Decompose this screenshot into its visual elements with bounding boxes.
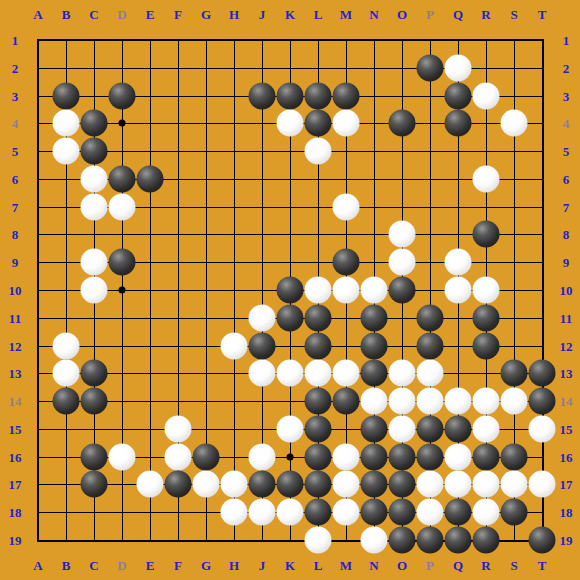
black-stone <box>249 82 276 109</box>
white-stone <box>305 138 332 165</box>
black-stone <box>305 499 332 526</box>
coord-label: 7 <box>12 200 19 213</box>
white-stone <box>473 499 500 526</box>
white-stone <box>473 388 500 415</box>
coord-label: A <box>33 8 42 21</box>
white-stone <box>137 471 164 498</box>
black-stone <box>333 82 360 109</box>
coord-label: Q <box>453 559 463 572</box>
coord-label: R <box>481 559 490 572</box>
black-stone <box>81 360 108 387</box>
coord-label: 2 <box>12 61 19 74</box>
coord-label: D <box>117 559 126 572</box>
coord-label: L <box>314 559 323 572</box>
white-stone <box>445 54 472 81</box>
coord-label: 4 <box>12 117 19 130</box>
white-stone <box>361 388 388 415</box>
white-stone <box>277 360 304 387</box>
white-stone <box>389 221 416 248</box>
black-stone <box>137 165 164 192</box>
coord-label: 16 <box>9 450 22 463</box>
black-stone <box>501 443 528 470</box>
coord-label: J <box>259 559 266 572</box>
coord-label: 8 <box>12 228 19 241</box>
coord-label: G <box>201 559 211 572</box>
coord-label: H <box>229 8 239 21</box>
white-stone <box>501 388 528 415</box>
white-stone <box>333 277 360 304</box>
coord-label: 18 <box>560 506 573 519</box>
black-stone <box>361 332 388 359</box>
white-stone <box>81 249 108 276</box>
white-stone <box>53 138 80 165</box>
coord-label: 11 <box>9 311 21 324</box>
black-stone <box>501 499 528 526</box>
coord-label: 15 <box>9 422 22 435</box>
white-stone <box>333 193 360 220</box>
coord-label: F <box>174 8 182 21</box>
black-stone <box>305 388 332 415</box>
white-stone <box>249 360 276 387</box>
white-stone <box>501 110 528 137</box>
black-stone <box>333 388 360 415</box>
coord-label: 10 <box>560 284 573 297</box>
black-stone <box>249 332 276 359</box>
star-point <box>119 120 126 127</box>
white-stone <box>333 471 360 498</box>
coord-label: N <box>369 559 378 572</box>
black-stone <box>389 277 416 304</box>
white-stone <box>277 110 304 137</box>
white-stone <box>361 527 388 554</box>
coord-label: 12 <box>560 339 573 352</box>
white-stone <box>333 443 360 470</box>
black-stone <box>445 82 472 109</box>
white-stone <box>529 471 556 498</box>
coord-label: C <box>89 559 98 572</box>
black-stone <box>277 82 304 109</box>
coord-label: C <box>89 8 98 21</box>
coord-label: 19 <box>560 534 573 547</box>
black-stone <box>473 221 500 248</box>
white-stone <box>333 360 360 387</box>
black-stone <box>53 82 80 109</box>
coord-label: M <box>340 8 352 21</box>
white-stone <box>81 165 108 192</box>
white-stone <box>417 471 444 498</box>
go-board[interactable]: AABBCCDDEEFFGGHHJJKKLLMMNNOOPPQQRRSSTT11… <box>0 0 580 580</box>
star-point <box>287 453 294 460</box>
white-stone <box>221 332 248 359</box>
black-stone <box>305 471 332 498</box>
black-stone <box>417 332 444 359</box>
coord-label: 9 <box>12 256 19 269</box>
coord-label: S <box>510 559 517 572</box>
white-stone <box>165 415 192 442</box>
black-stone <box>445 110 472 137</box>
white-stone <box>529 415 556 442</box>
coord-label: 2 <box>563 61 570 74</box>
black-stone <box>417 54 444 81</box>
white-stone <box>109 193 136 220</box>
coord-label: T <box>538 559 547 572</box>
black-stone <box>417 443 444 470</box>
white-stone <box>445 471 472 498</box>
black-stone <box>529 527 556 554</box>
white-stone <box>193 471 220 498</box>
white-stone <box>445 388 472 415</box>
black-stone <box>361 415 388 442</box>
white-stone <box>333 499 360 526</box>
black-stone <box>81 110 108 137</box>
coord-label: 9 <box>563 256 570 269</box>
coord-label: 10 <box>9 284 22 297</box>
black-stone <box>305 82 332 109</box>
coord-label: 1 <box>12 34 19 47</box>
black-stone <box>473 304 500 331</box>
coord-label: 3 <box>12 89 19 102</box>
white-stone <box>445 249 472 276</box>
coord-label: L <box>314 8 323 21</box>
black-stone <box>417 415 444 442</box>
black-stone <box>81 443 108 470</box>
black-stone <box>529 388 556 415</box>
coord-label: 13 <box>9 367 22 380</box>
black-stone <box>389 443 416 470</box>
white-stone <box>417 360 444 387</box>
coord-label: 18 <box>9 506 22 519</box>
coord-label: D <box>117 8 126 21</box>
coord-label: P <box>426 559 434 572</box>
white-stone <box>249 443 276 470</box>
black-stone <box>361 360 388 387</box>
white-stone <box>53 110 80 137</box>
white-stone <box>473 82 500 109</box>
black-stone <box>389 527 416 554</box>
black-stone <box>81 138 108 165</box>
coord-label: H <box>229 559 239 572</box>
white-stone <box>165 443 192 470</box>
coord-label: 14 <box>560 395 573 408</box>
coord-label: B <box>62 8 71 21</box>
coord-label: E <box>146 559 155 572</box>
white-stone <box>53 332 80 359</box>
coord-label: Q <box>453 8 463 21</box>
black-stone <box>109 165 136 192</box>
white-stone <box>389 360 416 387</box>
coord-label: 17 <box>9 478 22 491</box>
coord-label: 12 <box>9 339 22 352</box>
coord-label: 3 <box>563 89 570 102</box>
coord-label: K <box>285 8 295 21</box>
coord-label: T <box>538 8 547 21</box>
black-stone <box>249 471 276 498</box>
black-stone <box>417 304 444 331</box>
black-stone <box>109 82 136 109</box>
coord-label: 7 <box>563 200 570 213</box>
black-stone <box>445 527 472 554</box>
coord-label: 4 <box>563 117 570 130</box>
white-stone <box>445 277 472 304</box>
white-stone <box>473 165 500 192</box>
coord-label: G <box>201 8 211 21</box>
star-point <box>119 287 126 294</box>
coord-label: 11 <box>560 311 572 324</box>
coord-label: O <box>397 559 407 572</box>
coord-label: N <box>369 8 378 21</box>
white-stone <box>389 249 416 276</box>
black-stone <box>193 443 220 470</box>
coord-label: S <box>510 8 517 21</box>
coord-label: 14 <box>9 395 22 408</box>
white-stone <box>445 443 472 470</box>
white-stone <box>109 443 136 470</box>
white-stone <box>249 304 276 331</box>
coord-label: F <box>174 559 182 572</box>
white-stone <box>221 499 248 526</box>
coord-label: R <box>481 8 490 21</box>
black-stone <box>305 332 332 359</box>
white-stone <box>501 471 528 498</box>
black-stone <box>389 499 416 526</box>
black-stone <box>277 304 304 331</box>
black-stone <box>361 443 388 470</box>
white-stone <box>417 388 444 415</box>
black-stone <box>445 415 472 442</box>
white-stone <box>81 277 108 304</box>
black-stone <box>529 360 556 387</box>
white-stone <box>389 388 416 415</box>
black-stone <box>277 471 304 498</box>
black-stone <box>305 304 332 331</box>
black-stone <box>473 527 500 554</box>
white-stone <box>221 471 248 498</box>
black-stone <box>305 443 332 470</box>
black-stone <box>53 388 80 415</box>
white-stone <box>305 527 332 554</box>
black-stone <box>109 249 136 276</box>
white-stone <box>473 277 500 304</box>
white-stone <box>473 471 500 498</box>
white-stone <box>249 499 276 526</box>
white-stone <box>53 360 80 387</box>
coord-label: K <box>285 559 295 572</box>
black-stone <box>361 499 388 526</box>
coord-label: 15 <box>560 422 573 435</box>
coord-label: E <box>146 8 155 21</box>
white-stone <box>389 415 416 442</box>
black-stone <box>333 249 360 276</box>
coord-label: 17 <box>560 478 573 491</box>
black-stone <box>501 360 528 387</box>
coord-label: O <box>397 8 407 21</box>
coord-label: 5 <box>563 145 570 158</box>
black-stone <box>361 471 388 498</box>
coord-label: 19 <box>9 534 22 547</box>
white-stone <box>361 277 388 304</box>
white-stone <box>333 110 360 137</box>
white-stone <box>277 499 304 526</box>
coord-label: 5 <box>12 145 19 158</box>
black-stone <box>389 110 416 137</box>
white-stone <box>305 360 332 387</box>
white-stone <box>417 499 444 526</box>
black-stone <box>165 471 192 498</box>
black-stone <box>417 527 444 554</box>
black-stone <box>473 332 500 359</box>
coord-label: J <box>259 8 266 21</box>
coord-label: 13 <box>560 367 573 380</box>
black-stone <box>81 388 108 415</box>
black-stone <box>305 415 332 442</box>
coord-label: 6 <box>563 172 570 185</box>
white-stone <box>81 193 108 220</box>
coord-label: 1 <box>563 34 570 47</box>
coord-label: 16 <box>560 450 573 463</box>
coord-label: A <box>33 559 42 572</box>
black-stone <box>305 110 332 137</box>
coord-label: P <box>426 8 434 21</box>
white-stone <box>277 415 304 442</box>
coord-label: M <box>340 559 352 572</box>
coord-label: 8 <box>563 228 570 241</box>
white-stone <box>305 277 332 304</box>
white-stone <box>473 415 500 442</box>
coord-label: B <box>62 559 71 572</box>
black-stone <box>277 277 304 304</box>
black-stone <box>445 499 472 526</box>
black-stone <box>361 304 388 331</box>
black-stone <box>389 471 416 498</box>
black-stone <box>473 443 500 470</box>
black-stone <box>81 471 108 498</box>
coord-label: 6 <box>12 172 19 185</box>
